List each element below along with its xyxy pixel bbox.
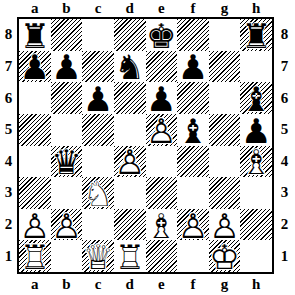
square-a6[interactable] xyxy=(19,82,51,114)
black-rook-h8[interactable]: ♜ xyxy=(241,19,271,51)
square-a7[interactable]: ♟ xyxy=(19,51,51,83)
file-label-f: f xyxy=(177,0,209,17)
black-pawn-c6[interactable]: ♟ xyxy=(83,82,113,114)
square-h5[interactable]: ♟ xyxy=(240,114,272,146)
square-e2[interactable]: ♝♗ xyxy=(146,209,178,241)
square-g1[interactable]: ♚♔ xyxy=(209,240,241,272)
square-b7[interactable]: ♟ xyxy=(51,51,83,83)
square-a4[interactable] xyxy=(19,146,51,178)
file-label-a: a xyxy=(19,276,51,293)
rank-label-2: 2 xyxy=(276,209,293,241)
square-g2[interactable]: ♟♙ xyxy=(209,209,241,241)
square-g5[interactable] xyxy=(209,114,241,146)
file-label-b: b xyxy=(51,0,83,17)
square-e5[interactable]: ♟♙ xyxy=(146,114,178,146)
white-pawn-d4[interactable]: ♟♙ xyxy=(114,146,144,178)
white-rook-outline: ♖ xyxy=(114,240,144,272)
rank-label-1: 1 xyxy=(276,240,293,272)
white-pawn-f2[interactable]: ♟♙ xyxy=(178,209,208,241)
rank-label-2: 2 xyxy=(0,209,17,241)
square-a3[interactable] xyxy=(19,177,51,209)
square-c2[interactable] xyxy=(82,209,114,241)
square-c5[interactable] xyxy=(82,114,114,146)
file-label-d: d xyxy=(114,276,146,293)
square-f1[interactable] xyxy=(177,240,209,272)
white-pawn-b2[interactable]: ♟♙ xyxy=(51,209,81,241)
black-bishop-h6[interactable]: ♝ xyxy=(241,82,271,114)
square-d4[interactable]: ♟♙ xyxy=(114,146,146,178)
chess-diagram: abcdefgh 87654321 ♜♚♜♟♟♞♟♟♟♝♟♙♝♟♛♟♙♝♗♞♘♟… xyxy=(0,0,295,295)
chess-board: ♜♚♜♟♟♞♟♟♟♝♟♙♝♟♛♟♙♝♗♞♘♟♙♟♙♝♗♟♙♟♙♜♖♛♕♜♖♚♔ xyxy=(19,19,272,272)
white-king-g1[interactable]: ♚♔ xyxy=(209,240,239,272)
white-king-outline: ♔ xyxy=(209,240,239,272)
square-c6[interactable]: ♟ xyxy=(82,82,114,114)
rank-label-7: 7 xyxy=(276,51,293,83)
square-f3[interactable] xyxy=(177,177,209,209)
square-f2[interactable]: ♟♙ xyxy=(177,209,209,241)
white-pawn-g2[interactable]: ♟♙ xyxy=(209,209,239,241)
file-label-c: c xyxy=(82,276,114,293)
square-f5[interactable]: ♝ xyxy=(177,114,209,146)
square-g6[interactable] xyxy=(209,82,241,114)
board-frame: ♜♚♜♟♟♞♟♟♟♝♟♙♝♟♛♟♙♝♗♞♘♟♙♟♙♝♗♟♙♟♙♜♖♛♕♜♖♚♔ xyxy=(17,17,274,274)
rank-labels-right: 87654321 xyxy=(276,19,293,272)
file-labels-top: abcdefgh xyxy=(19,0,272,17)
square-d8[interactable] xyxy=(114,19,146,51)
white-rook-d1[interactable]: ♜♖ xyxy=(114,240,144,272)
file-label-b: b xyxy=(51,276,83,293)
square-b6[interactable] xyxy=(51,82,83,114)
square-b5[interactable] xyxy=(51,114,83,146)
square-b8[interactable] xyxy=(51,19,83,51)
white-bishop-outline: ♗ xyxy=(146,209,176,241)
square-e6[interactable]: ♟ xyxy=(146,82,178,114)
file-label-g: g xyxy=(209,0,241,17)
file-labels-bottom: abcdefgh xyxy=(19,276,272,293)
black-king-e8[interactable]: ♚ xyxy=(146,19,176,51)
square-b1[interactable] xyxy=(51,240,83,272)
square-d6[interactable] xyxy=(114,82,146,114)
black-pawn-b7[interactable]: ♟ xyxy=(51,51,81,83)
square-g4[interactable] xyxy=(209,146,241,178)
square-f6[interactable] xyxy=(177,82,209,114)
square-f8[interactable] xyxy=(177,19,209,51)
square-d1[interactable]: ♜♖ xyxy=(114,240,146,272)
white-knight-c3[interactable]: ♞♘ xyxy=(83,177,113,209)
square-c3[interactable]: ♞♘ xyxy=(82,177,114,209)
rank-label-7: 7 xyxy=(0,51,17,83)
white-pawn-outline: ♙ xyxy=(146,114,176,146)
square-d7[interactable]: ♞ xyxy=(114,51,146,83)
rank-label-6: 6 xyxy=(0,82,17,114)
white-bishop-outline: ♗ xyxy=(241,146,271,178)
square-d3[interactable] xyxy=(114,177,146,209)
black-knight-d7[interactable]: ♞ xyxy=(114,51,144,83)
white-knight-outline: ♘ xyxy=(83,177,113,209)
square-b2[interactable]: ♟♙ xyxy=(51,209,83,241)
square-b3[interactable] xyxy=(51,177,83,209)
rank-label-3: 3 xyxy=(0,177,17,209)
square-h8[interactable]: ♜ xyxy=(240,19,272,51)
square-e8[interactable]: ♚ xyxy=(146,19,178,51)
square-e1[interactable] xyxy=(146,240,178,272)
file-label-e: e xyxy=(146,276,178,293)
black-queen-b4[interactable]: ♛ xyxy=(51,146,81,178)
white-pawn-outline: ♙ xyxy=(178,209,208,241)
file-label-g: g xyxy=(209,276,241,293)
rank-label-8: 8 xyxy=(0,19,17,51)
black-pawn-h5[interactable]: ♟ xyxy=(241,114,271,146)
black-bishop-f5[interactable]: ♝ xyxy=(178,114,208,146)
square-h2[interactable] xyxy=(240,209,272,241)
square-h4[interactable]: ♝♗ xyxy=(240,146,272,178)
square-c1[interactable]: ♛♕ xyxy=(82,240,114,272)
file-label-h: h xyxy=(240,0,272,17)
square-e4[interactable] xyxy=(146,146,178,178)
rank-label-1: 1 xyxy=(0,240,17,272)
white-bishop-h4[interactable]: ♝♗ xyxy=(241,146,271,178)
file-label-a: a xyxy=(19,0,51,17)
square-a2[interactable]: ♟♙ xyxy=(19,209,51,241)
square-a5[interactable] xyxy=(19,114,51,146)
file-label-d: d xyxy=(114,0,146,17)
rank-label-4: 4 xyxy=(0,146,17,178)
black-pawn-f7[interactable]: ♟ xyxy=(178,51,208,83)
rank-label-8: 8 xyxy=(276,19,293,51)
rank-label-4: 4 xyxy=(276,146,293,178)
file-label-e: e xyxy=(146,0,178,17)
square-h1[interactable] xyxy=(240,240,272,272)
white-pawn-outline: ♙ xyxy=(20,209,50,241)
white-queen-c1[interactable]: ♛♕ xyxy=(83,240,113,272)
white-pawn-a2[interactable]: ♟♙ xyxy=(20,209,50,241)
rank-label-5: 5 xyxy=(276,114,293,146)
square-c7[interactable] xyxy=(82,51,114,83)
square-g3[interactable] xyxy=(209,177,241,209)
file-label-f: f xyxy=(177,276,209,293)
rank-labels-left: 87654321 xyxy=(0,19,17,272)
rank-label-5: 5 xyxy=(0,114,17,146)
square-f7[interactable]: ♟ xyxy=(177,51,209,83)
white-rook-outline: ♖ xyxy=(20,240,50,272)
square-g8[interactable] xyxy=(209,19,241,51)
square-a1[interactable]: ♜♖ xyxy=(19,240,51,272)
black-pawn-e6[interactable]: ♟ xyxy=(146,82,176,114)
square-f4[interactable] xyxy=(177,146,209,178)
square-h7[interactable] xyxy=(240,51,272,83)
square-a8[interactable]: ♜ xyxy=(19,19,51,51)
black-pawn-a7[interactable]: ♟ xyxy=(20,51,50,83)
white-bishop-e2[interactable]: ♝♗ xyxy=(146,209,176,241)
square-g7[interactable] xyxy=(209,51,241,83)
rank-label-3: 3 xyxy=(276,177,293,209)
square-d5[interactable] xyxy=(114,114,146,146)
square-e7[interactable] xyxy=(146,51,178,83)
white-rook-a1[interactable]: ♜♖ xyxy=(20,240,50,272)
file-label-h: h xyxy=(240,276,272,293)
white-pawn-outline: ♙ xyxy=(209,209,239,241)
white-pawn-outline: ♙ xyxy=(51,209,81,241)
white-pawn-e5[interactable]: ♟♙ xyxy=(146,114,176,146)
square-h3[interactable] xyxy=(240,177,272,209)
square-c8[interactable] xyxy=(82,19,114,51)
square-e3[interactable] xyxy=(146,177,178,209)
file-label-c: c xyxy=(82,0,114,17)
white-queen-outline: ♕ xyxy=(83,240,113,272)
rank-label-6: 6 xyxy=(276,82,293,114)
square-d2[interactable] xyxy=(114,209,146,241)
square-h6[interactable]: ♝ xyxy=(240,82,272,114)
white-pawn-outline: ♙ xyxy=(114,146,144,178)
square-c4[interactable] xyxy=(82,146,114,178)
black-rook-a8[interactable]: ♜ xyxy=(20,19,50,51)
square-b4[interactable]: ♛ xyxy=(51,146,83,178)
